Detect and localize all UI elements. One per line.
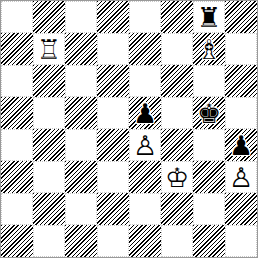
square-e1[interactable] [129,225,161,257]
square-e8[interactable] [129,1,161,33]
black-pawn-fill: ♟ [225,129,257,161]
white-pawn-fill: ♟ [225,161,257,193]
square-b1[interactable] [33,225,65,257]
square-c7[interactable] [65,33,97,65]
white-bishop-fill: ♝ [193,33,225,65]
square-e6[interactable] [129,65,161,97]
black-king-fill: ♚ [193,97,225,129]
square-b7[interactable]: ♜♖ [33,33,65,65]
square-f4[interactable] [161,129,193,161]
square-d7[interactable] [97,33,129,65]
square-c6[interactable] [65,65,97,97]
square-e3[interactable] [129,161,161,193]
square-a2[interactable] [1,193,33,225]
square-e2[interactable] [129,193,161,225]
square-a1[interactable] [1,225,33,257]
square-d4[interactable] [97,129,129,161]
white-rook-icon: ♖ [33,33,65,65]
white-pawn-icon: ♙ [225,161,257,193]
square-a5[interactable] [1,97,33,129]
square-h1[interactable] [225,225,257,257]
square-h2[interactable] [225,193,257,225]
square-c5[interactable] [65,97,97,129]
square-h4[interactable]: ♟♟ [225,129,257,161]
square-h3[interactable]: ♟♙ [225,161,257,193]
square-h7[interactable] [225,33,257,65]
square-g6[interactable] [193,65,225,97]
chess-board: ♜♜♜♖♝♗♟♟♚♚♟♙♟♟♚♔♟♙ [0,0,258,258]
square-h6[interactable] [225,65,257,97]
black-king-icon: ♚ [193,97,225,129]
black-pawn-icon: ♟ [129,97,161,129]
square-c1[interactable] [65,225,97,257]
square-g3[interactable] [193,161,225,193]
white-pawn-fill: ♟ [129,129,161,161]
white-king-icon: ♔ [161,161,193,193]
black-rook-icon: ♜ [193,1,225,33]
square-e7[interactable] [129,33,161,65]
square-b3[interactable] [33,161,65,193]
square-g8[interactable]: ♜♜ [193,1,225,33]
square-g4[interactable] [193,129,225,161]
square-h5[interactable] [225,97,257,129]
black-rook-fill: ♜ [193,1,225,33]
square-d3[interactable] [97,161,129,193]
square-a6[interactable] [1,65,33,97]
square-d6[interactable] [97,65,129,97]
square-d5[interactable] [97,97,129,129]
white-king-fill: ♚ [161,161,193,193]
square-e4[interactable]: ♟♙ [129,129,161,161]
square-b5[interactable] [33,97,65,129]
square-d8[interactable] [97,1,129,33]
square-f6[interactable] [161,65,193,97]
square-a3[interactable] [1,161,33,193]
square-f2[interactable] [161,193,193,225]
chess-diagram: ♜♜♜♖♝♗♟♟♚♚♟♙♟♟♚♔♟♙ [0,0,258,258]
white-bishop-icon: ♗ [193,33,225,65]
square-f8[interactable] [161,1,193,33]
square-e5[interactable]: ♟♟ [129,97,161,129]
square-d1[interactable] [97,225,129,257]
square-f7[interactable] [161,33,193,65]
square-f1[interactable] [161,225,193,257]
square-h8[interactable] [225,1,257,33]
black-pawn-fill: ♟ [129,97,161,129]
white-pawn-icon: ♙ [129,129,161,161]
square-b6[interactable] [33,65,65,97]
square-b8[interactable] [33,1,65,33]
square-a7[interactable] [1,33,33,65]
square-c3[interactable] [65,161,97,193]
square-f5[interactable] [161,97,193,129]
square-g5[interactable]: ♚♚ [193,97,225,129]
square-a4[interactable] [1,129,33,161]
black-pawn-icon: ♟ [225,129,257,161]
square-a8[interactable] [1,1,33,33]
square-f3[interactable]: ♚♔ [161,161,193,193]
white-rook-fill: ♜ [33,33,65,65]
square-c2[interactable] [65,193,97,225]
square-g7[interactable]: ♝♗ [193,33,225,65]
square-c4[interactable] [65,129,97,161]
square-d2[interactable] [97,193,129,225]
square-g2[interactable] [193,193,225,225]
square-b2[interactable] [33,193,65,225]
square-b4[interactable] [33,129,65,161]
square-g1[interactable] [193,225,225,257]
square-c8[interactable] [65,1,97,33]
